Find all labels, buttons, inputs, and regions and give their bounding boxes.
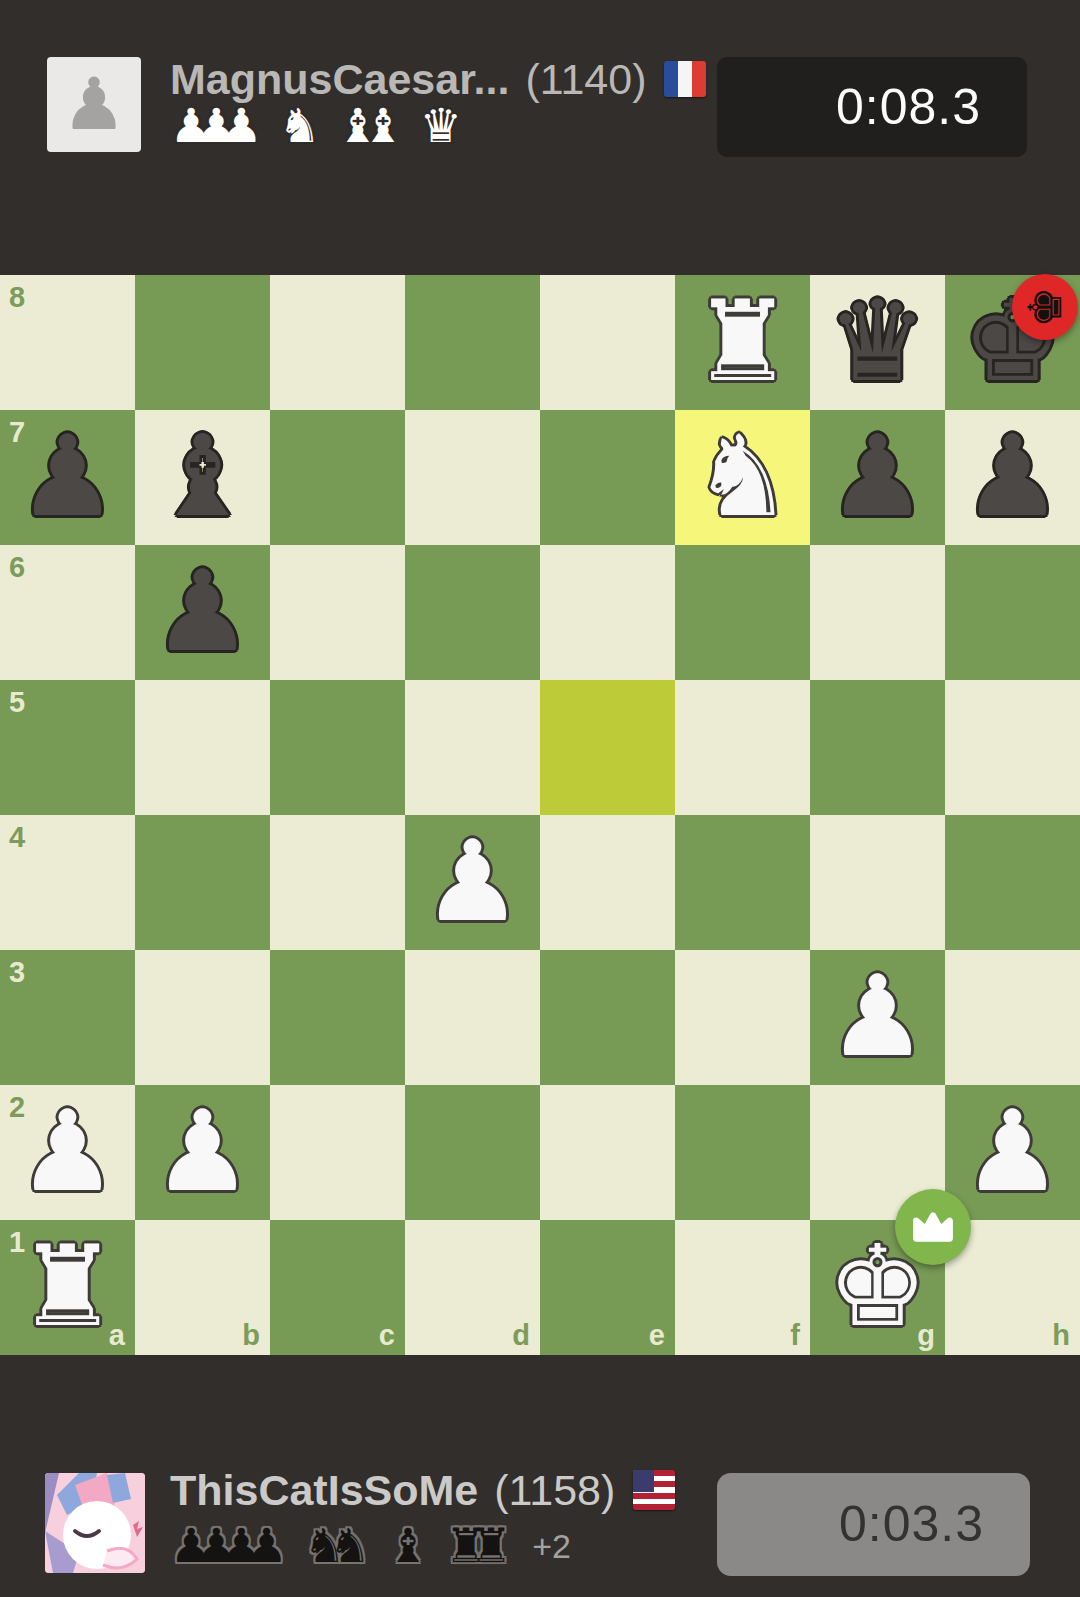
square-f2[interactable] [675, 1085, 810, 1220]
square-d7[interactable] [405, 410, 540, 545]
square-e1[interactable]: e [540, 1220, 675, 1355]
square-c4[interactable] [270, 815, 405, 950]
square-e3[interactable] [540, 950, 675, 1085]
rank-label-8: 8 [9, 281, 25, 314]
square-g4[interactable] [810, 815, 945, 950]
square-c6[interactable] [270, 545, 405, 680]
top-player-name[interactable]: MagnusCaesar... [170, 55, 509, 104]
rank-label-5: 5 [9, 686, 25, 719]
pawn-avatar-icon: ♟ [62, 57, 127, 152]
file-label-e: e [649, 1319, 665, 1352]
rank-label-3: 3 [9, 956, 25, 989]
white-pawn-b2[interactable]: ♟ [135, 1085, 270, 1220]
bottom-player-clock: 0:03.3 [717, 1473, 1030, 1576]
captured-group-3: ♛ [420, 100, 462, 152]
square-b4[interactable] [135, 815, 270, 950]
rank-label-4: 4 [9, 821, 25, 854]
square-b7[interactable]: ♝ [135, 410, 270, 545]
top-player-clock: 0:08.3 [717, 57, 1027, 157]
captured-group-0: ♟♟♟♟ [170, 1520, 288, 1572]
captured-group-2: ♝ [387, 1520, 429, 1572]
fallen-king-icon: ♚ [1012, 286, 1078, 327]
file-label-b: b [242, 1319, 260, 1352]
square-c7[interactable] [270, 410, 405, 545]
bottom-captured-pieces: ♟♟♟♟♞♞♝♜♜+2 [170, 1516, 571, 1572]
white-pawn-h2[interactable]: ♟ [945, 1085, 1080, 1220]
file-label-f: f [790, 1319, 800, 1352]
square-b2[interactable]: ♟ [135, 1085, 270, 1220]
white-pawn-a2[interactable]: ♟ [0, 1085, 135, 1220]
top-player-info: MagnusCaesar... (1140) [170, 56, 706, 102]
bottom-player-name[interactable]: ThisCatIsSoMe [170, 1466, 478, 1515]
captured-group-1: ♞ [278, 100, 320, 152]
square-c5[interactable] [270, 680, 405, 815]
top-player-rating: (1140) [525, 55, 646, 104]
bottom-player-info: ThisCatIsSoMe (1158) [170, 1466, 675, 1514]
square-f5[interactable] [675, 680, 810, 815]
black-queen-g8[interactable]: ♛ [810, 275, 945, 410]
square-h3[interactable] [945, 950, 1080, 1085]
square-d1[interactable]: d [405, 1220, 540, 1355]
square-e6[interactable] [540, 545, 675, 680]
bottom-player-rating: (1158) [494, 1466, 615, 1515]
top-clock-time: 0:08.3 [717, 57, 1027, 157]
cat-avatar-art [45, 1473, 145, 1573]
square-a4[interactable]: 4 [0, 815, 135, 950]
winner-badge [895, 1189, 971, 1265]
square-f7[interactable]: ♞ [675, 410, 810, 545]
black-pawn-g7[interactable]: ♟ [810, 410, 945, 545]
captured-group-0: ♟♟♟ [170, 100, 262, 152]
square-a6[interactable]: 6 [0, 545, 135, 680]
file-label-c: c [379, 1319, 395, 1352]
square-a8[interactable]: 8 [0, 275, 135, 410]
black-pawn-b6[interactable]: ♟ [135, 545, 270, 680]
white-rook-f8[interactable]: ♜ [675, 275, 810, 410]
file-label-d: d [512, 1319, 530, 1352]
square-d6[interactable] [405, 545, 540, 680]
square-h5[interactable] [945, 680, 1080, 815]
bottom-player-avatar[interactable] [45, 1473, 145, 1573]
square-e7[interactable] [540, 410, 675, 545]
black-bishop-b7[interactable]: ♝ [135, 410, 270, 545]
square-b5[interactable] [135, 680, 270, 815]
checkmate-badge: ♚ [1012, 274, 1078, 340]
square-c2[interactable] [270, 1085, 405, 1220]
square-h6[interactable] [945, 545, 1080, 680]
white-rook-a1[interactable]: ♜ [0, 1220, 135, 1355]
square-f1[interactable]: f [675, 1220, 810, 1355]
white-pawn-g3[interactable]: ♟ [810, 950, 945, 1085]
bottom-clock-time: 0:03.3 [717, 1473, 1030, 1576]
square-f6[interactable] [675, 545, 810, 680]
square-b6[interactable]: ♟ [135, 545, 270, 680]
chess-app-screen: ♟ MagnusCaesar... (1140) ♟♟♟♞♝♝♛ 0:08.3 … [0, 0, 1080, 1597]
top-captured-pieces: ♟♟♟♞♝♝♛ [170, 100, 478, 152]
square-d3[interactable] [405, 950, 540, 1085]
square-g6[interactable] [810, 545, 945, 680]
square-a3[interactable]: 3 [0, 950, 135, 1085]
square-f4[interactable] [675, 815, 810, 950]
white-knight-f7[interactable]: ♞ [675, 410, 810, 545]
flag-usa-icon [633, 1470, 675, 1510]
square-g7[interactable]: ♟ [810, 410, 945, 545]
square-d5[interactable] [405, 680, 540, 815]
rank-label-6: 6 [9, 551, 25, 584]
square-a2[interactable]: 2♟ [0, 1085, 135, 1220]
square-e8[interactable] [540, 275, 675, 410]
captured-group-2: ♝♝ [337, 100, 404, 152]
captured-group-3: ♜♜ [445, 1520, 512, 1572]
square-g5[interactable] [810, 680, 945, 815]
square-h2[interactable]: ♟ [945, 1085, 1080, 1220]
square-d4[interactable]: ♟ [405, 815, 540, 950]
square-c3[interactable] [270, 950, 405, 1085]
square-e4[interactable] [540, 815, 675, 950]
top-player-avatar[interactable]: ♟ [47, 57, 141, 152]
square-d2[interactable] [405, 1085, 540, 1220]
crown-icon [911, 1210, 955, 1244]
square-f8[interactable]: ♜ [675, 275, 810, 410]
square-a1[interactable]: 1a♜ [0, 1220, 135, 1355]
file-label-h: h [1052, 1319, 1070, 1352]
square-e5[interactable] [540, 680, 675, 815]
square-b1[interactable]: b [135, 1220, 270, 1355]
square-c1[interactable]: c [270, 1220, 405, 1355]
square-a5[interactable]: 5 [0, 680, 135, 815]
material-advantage: +2 [532, 1520, 571, 1572]
black-pawn-h7[interactable]: ♟ [945, 410, 1080, 545]
square-h7[interactable]: ♟ [945, 410, 1080, 545]
square-g3[interactable]: ♟ [810, 950, 945, 1085]
square-c8[interactable] [270, 275, 405, 410]
white-pawn-d4[interactable]: ♟ [405, 815, 540, 950]
square-h4[interactable] [945, 815, 1080, 950]
square-g8[interactable]: ♛ [810, 275, 945, 410]
square-f3[interactable] [675, 950, 810, 1085]
square-e2[interactable] [540, 1085, 675, 1220]
captured-group-1: ♞♞ [304, 1520, 371, 1572]
flag-france-icon [664, 61, 706, 97]
square-a7[interactable]: 7♟ [0, 410, 135, 545]
square-b8[interactable] [135, 275, 270, 410]
square-d8[interactable] [405, 275, 540, 410]
square-b3[interactable] [135, 950, 270, 1085]
black-pawn-a7[interactable]: ♟ [0, 410, 135, 545]
